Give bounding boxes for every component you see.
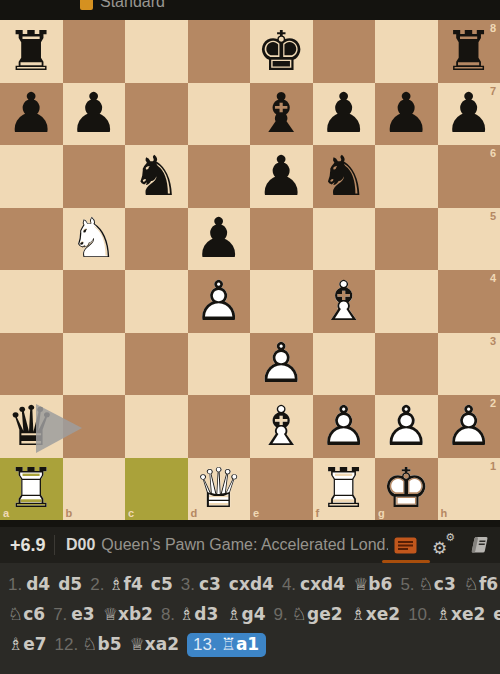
- square-a2[interactable]: ♛: [0, 395, 63, 458]
- move[interactable]: e6: [493, 604, 500, 624]
- square-a6[interactable]: [0, 145, 63, 208]
- square-d5[interactable]: ♟: [188, 208, 251, 271]
- square-c3[interactable]: [125, 333, 188, 396]
- square-e8[interactable]: ♚: [250, 20, 313, 83]
- move[interactable]: ♘c3: [419, 574, 456, 594]
- piece-white-pawn: ♟♙: [188, 270, 251, 333]
- square-h8[interactable]: 8♜: [438, 20, 500, 83]
- move-line: 1.d4d52.♗f4c53.c3cxd44.cxd4♕b65.♘c3♘f66.…: [8, 569, 492, 599]
- square-g1[interactable]: g♚♔: [375, 458, 438, 521]
- square-e6[interactable]: ♟: [250, 145, 313, 208]
- square-h5[interactable]: 5: [438, 208, 500, 271]
- square-d3[interactable]: [188, 333, 251, 396]
- move[interactable]: ♘b5: [82, 634, 121, 654]
- standard-variant-icon: [80, 0, 93, 10]
- chess-board: ♜♚8♜♟♟♝♟♟7♟♞♟♞6♞♘♟5♟♙♝♗4♟♙3♛♝♗♟♙♟♙2♟♙a♜♖…: [0, 20, 500, 520]
- piece-black-pawn: ♟: [0, 83, 63, 146]
- square-c8[interactable]: [125, 20, 188, 83]
- square-c1[interactable]: c: [125, 458, 188, 521]
- move-line: ♘c67.e3♕xb28.♗d3♗g49.♘ge2♗xe210.♗xe2e611…: [8, 599, 492, 629]
- move-number: 5.: [400, 575, 414, 594]
- top-bar: Standard: [0, 0, 500, 20]
- piece-black-pawn: ♟: [375, 83, 438, 146]
- square-h2[interactable]: 2♟♙: [438, 395, 500, 458]
- square-b1[interactable]: b: [63, 458, 126, 521]
- move[interactable]: ♘ge2: [292, 604, 343, 624]
- file-label: c: [128, 507, 134, 519]
- square-d4[interactable]: ♟♙: [188, 270, 251, 333]
- square-e2[interactable]: ♝♗: [250, 395, 313, 458]
- file-label: e: [253, 507, 259, 519]
- square-a1[interactable]: a♜♖: [0, 458, 63, 521]
- square-e5[interactable]: [250, 208, 313, 271]
- move-number: 7.: [53, 605, 67, 624]
- square-b7[interactable]: ♟: [63, 83, 126, 146]
- gears-icon: ⚙⚙: [432, 534, 454, 556]
- square-g8[interactable]: [375, 20, 438, 83]
- file-label: a: [3, 507, 9, 519]
- square-f5[interactable]: [313, 208, 376, 271]
- move[interactable]: d5: [58, 574, 82, 594]
- square-b4[interactable]: [63, 270, 126, 333]
- square-c6[interactable]: ♞: [125, 145, 188, 208]
- file-label: b: [66, 507, 73, 519]
- square-d8[interactable]: [188, 20, 251, 83]
- piece-black-pawn: ♟: [63, 83, 126, 146]
- square-d6[interactable]: [188, 145, 251, 208]
- square-g2[interactable]: ♟♙: [375, 395, 438, 458]
- opening-eco-code: D00: [66, 536, 95, 554]
- square-h6[interactable]: 6: [438, 145, 500, 208]
- move[interactable]: ♗e7: [8, 634, 47, 654]
- tab-opening-book[interactable]: [469, 527, 490, 563]
- square-a7[interactable]: ♟: [0, 83, 63, 146]
- square-f3[interactable]: [313, 333, 376, 396]
- square-a8[interactable]: ♜: [0, 20, 63, 83]
- piece-black-rook: ♜: [0, 20, 63, 83]
- square-f2[interactable]: ♟♙: [313, 395, 376, 458]
- piece-black-pawn: ♟: [188, 208, 251, 271]
- square-d1[interactable]: d♛♕: [188, 458, 251, 521]
- square-g6[interactable]: [375, 145, 438, 208]
- move[interactable]: ♕b6: [353, 574, 392, 594]
- square-h3[interactable]: 3: [438, 333, 500, 396]
- piece-white-bishop: ♝♗: [313, 270, 376, 333]
- divider: [54, 535, 55, 555]
- square-h4[interactable]: 4: [438, 270, 500, 333]
- square-c2[interactable]: [125, 395, 188, 458]
- piece-black-pawn: ♟: [313, 83, 376, 146]
- square-c5[interactable]: [125, 208, 188, 271]
- move-number: 9.: [274, 605, 288, 624]
- move: ♖a1: [221, 634, 260, 654]
- square-h1[interactable]: 1h: [438, 458, 500, 521]
- piece-black-knight: ♞: [125, 145, 188, 208]
- piece-white-rook: ♜♖: [0, 458, 63, 521]
- square-d7[interactable]: [188, 83, 251, 146]
- piece-black-knight: ♞: [313, 145, 376, 208]
- piece-white-pawn: ♟♙: [375, 395, 438, 458]
- file-label: h: [441, 507, 448, 519]
- square-c4[interactable]: [125, 270, 188, 333]
- square-e3[interactable]: ♟♙: [250, 333, 313, 396]
- opening-name: Queen's Pawn Game: Accelerated Lond...: [101, 536, 388, 554]
- square-b5[interactable]: ♞♘: [63, 208, 126, 271]
- move[interactable]: ♗f4: [108, 574, 142, 594]
- square-g5[interactable]: [375, 208, 438, 271]
- square-b3[interactable]: [63, 333, 126, 396]
- square-f6[interactable]: ♞: [313, 145, 376, 208]
- move-number: 2.: [90, 575, 104, 594]
- square-c7[interactable]: [125, 83, 188, 146]
- board-bottom-gap: [0, 520, 500, 527]
- square-e7[interactable]: ♝: [250, 83, 313, 146]
- move-number: 3.: [181, 575, 195, 594]
- rank-label: 7: [490, 85, 496, 97]
- square-d2[interactable]: [188, 395, 251, 458]
- square-b2[interactable]: [63, 395, 126, 458]
- piece-black-queen: ♛: [0, 395, 63, 458]
- piece-white-bishop: ♝♗: [250, 395, 313, 458]
- square-f7[interactable]: ♟: [313, 83, 376, 146]
- square-a3[interactable]: [0, 333, 63, 396]
- square-f1[interactable]: f♜♖: [313, 458, 376, 521]
- move-number: 8.: [161, 605, 175, 624]
- rank-label: 1: [490, 460, 496, 472]
- move[interactable]: c5: [151, 574, 173, 594]
- move-number: 12.: [55, 635, 79, 654]
- square-e4[interactable]: [250, 270, 313, 333]
- rank-label: 5: [490, 210, 496, 222]
- evaluation-value: +6.9: [10, 535, 52, 556]
- move[interactable]: ♕xb2: [103, 604, 153, 624]
- move[interactable]: cxd4: [229, 574, 274, 594]
- square-f8[interactable]: [313, 20, 376, 83]
- piece-black-pawn: ♟: [250, 145, 313, 208]
- rank-label: 3: [490, 335, 496, 347]
- move[interactable]: ♘c6: [8, 604, 45, 624]
- piece-white-rook: ♜♖: [313, 458, 376, 521]
- move[interactable]: ♗xe2: [351, 604, 401, 624]
- square-b8[interactable]: [63, 20, 126, 83]
- square-h7[interactable]: 7♟: [438, 83, 500, 146]
- piece-black-bishop: ♝: [250, 83, 313, 146]
- square-g3[interactable]: [375, 333, 438, 396]
- active-tab-underline: [382, 560, 430, 563]
- book-icon: [469, 536, 490, 554]
- square-a5[interactable]: [0, 208, 63, 271]
- square-g7[interactable]: ♟: [375, 83, 438, 146]
- current-move-chip[interactable]: 13.♖a1: [187, 633, 266, 657]
- move[interactable]: ♗d3: [179, 604, 218, 624]
- move[interactable]: cxd4: [300, 574, 345, 594]
- analysis-tabs: ⚙⚙: [394, 527, 490, 563]
- move[interactable]: ♘f6: [464, 574, 498, 594]
- move[interactable]: d4: [26, 574, 50, 594]
- move-line: ♗e712.♘b5♕xa213.♖a1: [8, 629, 492, 659]
- move[interactable]: ♗g4: [226, 604, 265, 624]
- move[interactable]: c3: [199, 574, 221, 594]
- move[interactable]: ♗xe2: [436, 604, 486, 624]
- rank-label: 2: [490, 397, 496, 409]
- piece-white-pawn: ♟♙: [313, 395, 376, 458]
- square-a4[interactable]: [0, 270, 63, 333]
- rank-label: 6: [490, 147, 496, 159]
- piece-black-king: ♚: [250, 20, 313, 83]
- square-f4[interactable]: ♝♗: [313, 270, 376, 333]
- square-e1[interactable]: e: [250, 458, 313, 521]
- rank-label: 4: [490, 272, 496, 284]
- variant-label: Standard: [100, 0, 165, 11]
- move-number: 1.: [8, 575, 22, 594]
- square-g4[interactable]: [375, 270, 438, 333]
- file-label: d: [191, 507, 198, 519]
- tab-computer-analysis[interactable]: [394, 527, 417, 563]
- computer-analysis-icon: [394, 537, 417, 554]
- move[interactable]: ♕xa2: [130, 634, 180, 654]
- piece-white-pawn: ♟♙: [250, 333, 313, 396]
- rank-label: 8: [490, 22, 496, 34]
- analysis-bar: +6.9 D00 Queen's Pawn Game: Accelerated …: [0, 527, 500, 563]
- move-number: 13.: [193, 635, 217, 654]
- move-number: 4.: [282, 575, 296, 594]
- move-number: 10.: [408, 605, 432, 624]
- piece-white-knight: ♞♘: [63, 208, 126, 271]
- move[interactable]: e3: [71, 604, 94, 624]
- file-label: f: [316, 507, 320, 519]
- file-label: g: [378, 507, 385, 519]
- move-list: 1.d4d52.♗f4c53.c3cxd44.cxd4♕b65.♘c3♘f66.…: [0, 563, 500, 674]
- tab-settings[interactable]: ⚙⚙: [432, 527, 454, 563]
- square-b6[interactable]: [63, 145, 126, 208]
